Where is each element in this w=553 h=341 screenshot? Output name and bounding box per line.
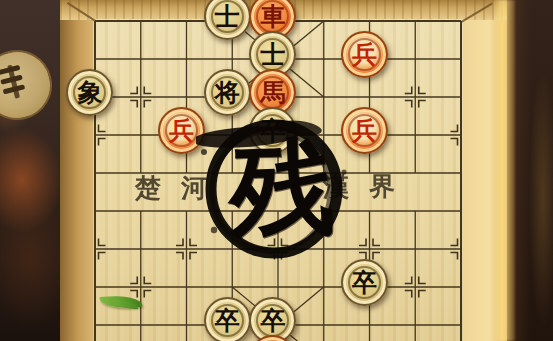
piece-black-advisor[interactable]: 士 bbox=[204, 0, 251, 40]
piece-glyph: 馬 bbox=[260, 80, 285, 105]
piece-red-soldier[interactable]: 兵 bbox=[158, 107, 205, 154]
piece-glyph: 兵 bbox=[352, 118, 377, 143]
cell-3-8: 卒 bbox=[209, 305, 255, 341]
frame-edge-glow bbox=[493, 0, 515, 341]
piece-red-soldier[interactable]: 兵 bbox=[341, 107, 388, 154]
piece-glyph: 象 bbox=[77, 80, 102, 105]
piece-black-elephant[interactable]: 象 bbox=[66, 69, 113, 116]
cell-3-0: 士 bbox=[209, 1, 255, 39]
xiangqi-board[interactable]: 士車士兵象将馬兵卒兵卒卒卒帥 bbox=[72, 1, 484, 341]
cell-6-1: 兵 bbox=[347, 39, 393, 77]
piece-glyph: 車 bbox=[260, 4, 285, 29]
cell-2-3: 兵 bbox=[164, 115, 210, 153]
piece-glyph: 卒 bbox=[215, 308, 240, 333]
piece-black-soldier[interactable]: 卒 bbox=[249, 107, 296, 154]
piece-glyph: 士 bbox=[260, 42, 285, 67]
piece-red-soldier[interactable]: 兵 bbox=[341, 31, 388, 78]
piece-glyph: 卒 bbox=[352, 270, 377, 295]
piece-glyph: 将 bbox=[215, 80, 240, 105]
xiangqi-endgame-screen: 楚 河 漢 界 士車士兵象将馬兵卒兵卒卒卒帥 残 bbox=[0, 0, 553, 341]
piece-glyph: 卒 bbox=[260, 118, 285, 143]
piece-glyph: 士 bbox=[215, 4, 240, 29]
piece-black-soldier[interactable]: 卒 bbox=[341, 259, 388, 306]
piece-glyph: 卒 bbox=[260, 308, 285, 333]
cell-6-3: 兵 bbox=[347, 115, 393, 153]
cell-4-3: 卒 bbox=[255, 115, 301, 153]
cell-0-2: 象 bbox=[72, 77, 118, 115]
cell-3-2: 将 bbox=[209, 77, 255, 115]
piece-black-general[interactable]: 将 bbox=[204, 69, 251, 116]
cell-6-7: 卒 bbox=[347, 267, 393, 305]
piece-black-soldier[interactable]: 卒 bbox=[204, 297, 251, 341]
piece-glyph: 兵 bbox=[352, 42, 377, 67]
piece-glyph: 兵 bbox=[169, 118, 194, 143]
